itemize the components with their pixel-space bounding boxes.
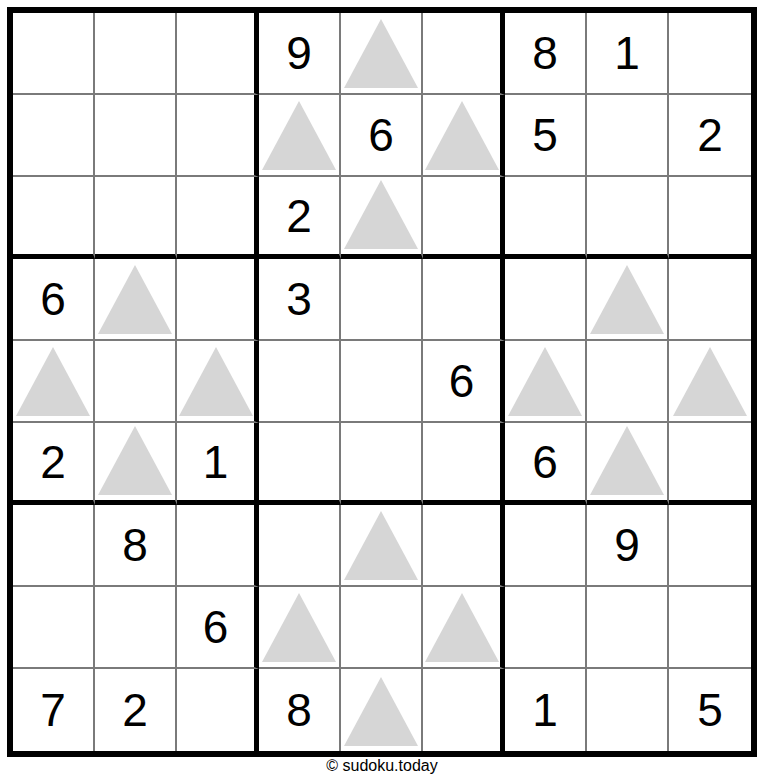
cell-r3c4[interactable]: 2: [259, 177, 341, 259]
cell-r3c3[interactable]: [177, 177, 259, 259]
given-digit: 8: [286, 687, 312, 733]
mountain-triangle-icon: [508, 347, 582, 416]
cell-r9c7[interactable]: 1: [505, 669, 587, 751]
cell-r7c9[interactable]: [669, 505, 751, 587]
mountain-triangle-icon: [344, 677, 418, 746]
cell-r7c2[interactable]: 8: [95, 505, 177, 587]
given-digit: 2: [697, 112, 723, 158]
cell-r4c4[interactable]: 3: [259, 259, 341, 341]
cell-r9c2[interactable]: 2: [95, 669, 177, 751]
cell-r8c7[interactable]: [505, 587, 587, 669]
cell-r8c3[interactable]: 6: [177, 587, 259, 669]
cell-r7c4[interactable]: [259, 505, 341, 587]
mountain-triangle-icon: [262, 101, 336, 170]
cell-r8c8[interactable]: [587, 587, 669, 669]
mountain-triangle-icon: [344, 19, 418, 88]
mountain-triangle-icon: [16, 347, 90, 416]
cell-r2c7[interactable]: 5: [505, 95, 587, 177]
given-digit: 5: [532, 112, 558, 158]
cell-r6c1[interactable]: 2: [13, 423, 95, 505]
given-digit: 1: [614, 30, 640, 76]
cell-r1c8[interactable]: 1: [587, 13, 669, 95]
mountain-triangle-icon: [673, 347, 747, 416]
cell-r6c3[interactable]: 1: [177, 423, 259, 505]
cell-r1c3[interactable]: [177, 13, 259, 95]
cell-r2c4[interactable]: [259, 95, 341, 177]
credit-text: © sudoku.today: [7, 756, 757, 776]
cell-r8c4[interactable]: [259, 587, 341, 669]
mountain-triangle-icon: [425, 593, 499, 662]
cell-r3c2[interactable]: [95, 177, 177, 259]
mountain-triangle-icon: [98, 426, 172, 495]
given-digit: 6: [532, 439, 558, 485]
mountain-triangle-icon: [344, 511, 418, 580]
mountain-triangle-icon: [98, 265, 172, 334]
cell-r1c7[interactable]: 8: [505, 13, 587, 95]
cell-r9c8[interactable]: [587, 669, 669, 751]
given-digit: 9: [286, 30, 312, 76]
cell-r5c7[interactable]: [505, 341, 587, 423]
cell-r3c9[interactable]: [669, 177, 751, 259]
cell-r7c3[interactable]: [177, 505, 259, 587]
given-digit: 2: [40, 439, 66, 485]
cell-r3c6[interactable]: [423, 177, 505, 259]
cell-r5c3[interactable]: [177, 341, 259, 423]
cell-r4c8[interactable]: [587, 259, 669, 341]
mountain-triangle-icon: [425, 101, 499, 170]
cell-r6c7[interactable]: 6: [505, 423, 587, 505]
mountain-triangle-icon: [590, 426, 664, 495]
cell-r5c5[interactable]: [341, 341, 423, 423]
given-digit: 2: [122, 687, 148, 733]
cell-r2c1[interactable]: [13, 95, 95, 177]
given-digit: 6: [40, 276, 66, 322]
cell-r1c1[interactable]: [13, 13, 95, 95]
cell-r7c7[interactable]: [505, 505, 587, 587]
cell-r1c9[interactable]: [669, 13, 751, 95]
cell-r9c4[interactable]: 8: [259, 669, 341, 751]
cell-r8c6[interactable]: [423, 587, 505, 669]
cell-r8c9[interactable]: [669, 587, 751, 669]
cell-r4c2[interactable]: [95, 259, 177, 341]
given-digit: 2: [286, 193, 312, 239]
cell-r6c5[interactable]: [341, 423, 423, 505]
cell-r7c5[interactable]: [341, 505, 423, 587]
cell-r8c1[interactable]: [13, 587, 95, 669]
mountain-triangle-icon: [179, 347, 253, 416]
cell-r1c5[interactable]: [341, 13, 423, 95]
cell-r2c5[interactable]: 6: [341, 95, 423, 177]
given-digit: 5: [697, 687, 723, 733]
cell-r3c1[interactable]: [13, 177, 95, 259]
cell-r6c9[interactable]: [669, 423, 751, 505]
cell-r8c5[interactable]: [341, 587, 423, 669]
cell-r2c2[interactable]: [95, 95, 177, 177]
cell-r4c5[interactable]: [341, 259, 423, 341]
cell-r5c9[interactable]: [669, 341, 751, 423]
given-digit: 6: [203, 604, 229, 650]
cell-r5c1[interactable]: [13, 341, 95, 423]
given-digit: 9: [614, 522, 640, 568]
mountain-triangle-icon: [344, 180, 418, 249]
given-digit: 6: [368, 112, 394, 158]
cell-r3c5[interactable]: [341, 177, 423, 259]
cell-r9c6[interactable]: [423, 669, 505, 751]
cell-r4c1[interactable]: 6: [13, 259, 95, 341]
cell-r5c6[interactable]: 6: [423, 341, 505, 423]
cell-r8c2[interactable]: [95, 587, 177, 669]
cell-r6c2[interactable]: [95, 423, 177, 505]
given-digit: 3: [286, 276, 312, 322]
given-digit: 7: [40, 687, 66, 733]
cell-r7c1[interactable]: [13, 505, 95, 587]
cell-r6c8[interactable]: [587, 423, 669, 505]
given-digit: 8: [122, 522, 148, 568]
mountain-triangle-icon: [262, 593, 336, 662]
cell-r7c8[interactable]: 9: [587, 505, 669, 587]
given-digit: 8: [532, 30, 558, 76]
cell-r5c4[interactable]: [259, 341, 341, 423]
cell-r5c2[interactable]: [95, 341, 177, 423]
cell-r1c6[interactable]: [423, 13, 505, 95]
cell-r9c1[interactable]: 7: [13, 669, 95, 751]
given-digit: 1: [203, 439, 229, 485]
cell-r2c9[interactable]: 2: [669, 95, 751, 177]
cell-r6c4[interactable]: [259, 423, 341, 505]
cell-r2c8[interactable]: [587, 95, 669, 177]
cell-r2c3[interactable]: [177, 95, 259, 177]
cell-r4c9[interactable]: [669, 259, 751, 341]
given-digit: 1: [532, 687, 558, 733]
cell-r1c4[interactable]: 9: [259, 13, 341, 95]
cell-r9c5[interactable]: [341, 669, 423, 751]
sudoku-board: 981652263621689672815: [7, 7, 757, 757]
mountain-triangle-icon: [590, 265, 664, 334]
given-digit: 6: [449, 358, 475, 404]
cell-r9c3[interactable]: [177, 669, 259, 751]
cell-r3c8[interactable]: [587, 177, 669, 259]
cell-r6c6[interactable]: [423, 423, 505, 505]
cell-r4c6[interactable]: [423, 259, 505, 341]
cell-r7c6[interactable]: [423, 505, 505, 587]
cell-r5c8[interactable]: [587, 341, 669, 423]
cell-r2c6[interactable]: [423, 95, 505, 177]
cell-r9c9[interactable]: 5: [669, 669, 751, 751]
cell-r3c7[interactable]: [505, 177, 587, 259]
cell-r4c3[interactable]: [177, 259, 259, 341]
cell-r4c7[interactable]: [505, 259, 587, 341]
cell-r1c2[interactable]: [95, 13, 177, 95]
